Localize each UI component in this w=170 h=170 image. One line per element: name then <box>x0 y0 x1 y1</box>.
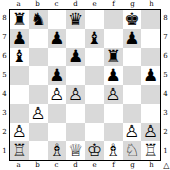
file-label-c: c <box>47 0 66 9</box>
rank-labels-left: 87654321 <box>0 9 9 161</box>
square-a5[interactable] <box>10 66 29 85</box>
square-e5[interactable] <box>85 66 104 85</box>
square-g6[interactable] <box>123 48 142 67</box>
square-d3[interactable] <box>66 104 85 123</box>
square-b8[interactable]: ♞ <box>29 10 48 29</box>
square-b4[interactable] <box>29 85 48 104</box>
piece-black-bishop: ♝ <box>12 48 27 65</box>
piece-black-pawn: ♟ <box>12 29 27 46</box>
file-label-h: h <box>142 0 161 9</box>
piece-white-bishop: ♗ <box>106 142 121 159</box>
piece-black-pawn: ♟ <box>49 67 64 84</box>
square-e1[interactable]: ♔ <box>85 141 104 160</box>
square-a8[interactable]: ♜ <box>10 10 29 29</box>
square-h2[interactable]: ♙ <box>141 123 160 142</box>
chess-board: ♜♞♛♚♟♟♝♟♝♟♜♟♟♟♙♙♙♙♙♙♙♖♗♕♔♗♘♖ <box>9 9 161 161</box>
piece-black-pawn: ♟ <box>68 48 83 65</box>
square-d7[interactable] <box>66 29 85 48</box>
square-e2[interactable] <box>85 123 104 142</box>
piece-black-bishop: ♝ <box>87 29 102 46</box>
corner-top-right <box>161 0 170 9</box>
square-a4[interactable] <box>10 85 29 104</box>
file-label-d: d <box>66 161 85 170</box>
rank-label-7: 7 <box>0 28 9 47</box>
file-labels-bottom: abcdefgh <box>9 161 161 170</box>
rank-label-8: 8 <box>0 9 9 28</box>
piece-white-pawn: ♙ <box>106 85 121 102</box>
square-f6[interactable]: ♜ <box>104 48 123 67</box>
square-f4[interactable]: ♙ <box>104 85 123 104</box>
rank-labels-right: 87654321 <box>161 9 170 161</box>
piece-white-rook: ♖ <box>12 142 27 159</box>
square-h3[interactable] <box>141 104 160 123</box>
square-e4[interactable] <box>85 85 104 104</box>
piece-black-pawn: ♟ <box>49 29 64 46</box>
square-h8[interactable] <box>141 10 160 29</box>
rank-label-7: 7 <box>161 28 170 47</box>
square-c1[interactable]: ♗ <box>48 141 67 160</box>
square-b2[interactable] <box>29 123 48 142</box>
square-c2[interactable] <box>48 123 67 142</box>
square-g8[interactable]: ♚ <box>123 10 142 29</box>
square-f7[interactable] <box>104 29 123 48</box>
piece-black-rook: ♜ <box>12 10 27 27</box>
file-label-e: e <box>85 0 104 9</box>
rank-label-4: 4 <box>161 85 170 104</box>
square-h4[interactable] <box>141 85 160 104</box>
square-a1[interactable]: ♖ <box>10 141 29 160</box>
square-a3[interactable] <box>10 104 29 123</box>
square-e3[interactable] <box>85 104 104 123</box>
rank-label-3: 3 <box>0 104 9 123</box>
rank-label-4: 4 <box>0 85 9 104</box>
square-h7[interactable] <box>141 29 160 48</box>
piece-black-knight: ♞ <box>31 10 46 27</box>
square-a7[interactable]: ♟ <box>10 29 29 48</box>
square-g3[interactable] <box>123 104 142 123</box>
chess-diagram: abcdefgh 87654321 ♜♞♛♚♟♟♝♟♝♟♜♟♟♟♙♙♙♙♙♙♙♖… <box>0 0 170 170</box>
square-d5[interactable] <box>66 66 85 85</box>
square-d4[interactable]: ♙ <box>66 85 85 104</box>
file-label-b: b <box>28 161 47 170</box>
corner-top-left <box>0 0 9 9</box>
white-to-move-indicator-icon: △ <box>163 162 169 170</box>
square-a6[interactable]: ♝ <box>10 48 29 67</box>
piece-black-pawn: ♟ <box>124 29 139 46</box>
square-g5[interactable] <box>123 66 142 85</box>
file-label-g: g <box>123 161 142 170</box>
square-c3[interactable] <box>48 104 67 123</box>
rank-label-2: 2 <box>161 123 170 142</box>
square-e8[interactable] <box>85 10 104 29</box>
rank-label-1: 1 <box>161 142 170 161</box>
file-label-h: h <box>142 161 161 170</box>
rank-label-5: 5 <box>161 66 170 85</box>
piece-black-king: ♚ <box>124 10 139 27</box>
piece-black-queen: ♛ <box>68 10 83 27</box>
piece-white-queen: ♕ <box>68 142 83 159</box>
square-d1[interactable]: ♕ <box>66 141 85 160</box>
square-d2[interactable] <box>66 123 85 142</box>
square-g2[interactable]: ♙ <box>123 123 142 142</box>
file-label-c: c <box>47 161 66 170</box>
square-b1[interactable] <box>29 141 48 160</box>
square-f2[interactable] <box>104 123 123 142</box>
piece-white-king: ♔ <box>87 142 102 159</box>
piece-white-knight: ♘ <box>124 142 139 159</box>
square-h1[interactable]: ♖ <box>141 141 160 160</box>
piece-white-pawn: ♙ <box>31 104 46 121</box>
piece-white-pawn: ♙ <box>68 85 83 102</box>
piece-white-bishop: ♗ <box>49 142 64 159</box>
square-c5[interactable]: ♟ <box>48 66 67 85</box>
file-label-e: e <box>85 161 104 170</box>
rank-label-2: 2 <box>0 123 9 142</box>
piece-black-rook: ♜ <box>106 48 121 65</box>
square-f5[interactable]: ♟ <box>104 66 123 85</box>
square-b5[interactable] <box>29 66 48 85</box>
file-label-f: f <box>104 0 123 9</box>
file-label-f: f <box>104 161 123 170</box>
rank-label-6: 6 <box>0 47 9 66</box>
rank-label-3: 3 <box>161 104 170 123</box>
piece-white-rook: ♖ <box>143 142 158 159</box>
square-f8[interactable] <box>104 10 123 29</box>
rank-label-8: 8 <box>161 9 170 28</box>
square-b7[interactable] <box>29 29 48 48</box>
corner-bottom-left <box>0 161 9 170</box>
square-c6[interactable] <box>48 48 67 67</box>
square-f1[interactable]: ♗ <box>104 141 123 160</box>
square-g7[interactable]: ♟ <box>123 29 142 48</box>
square-c7[interactable]: ♟ <box>48 29 67 48</box>
square-e7[interactable]: ♝ <box>85 29 104 48</box>
square-h5[interactable]: ♟ <box>141 66 160 85</box>
square-e6[interactable] <box>85 48 104 67</box>
piece-white-pawn: ♙ <box>12 123 27 140</box>
rank-label-6: 6 <box>161 47 170 66</box>
piece-white-pawn: ♙ <box>49 85 64 102</box>
square-b3[interactable]: ♙ <box>29 104 48 123</box>
square-c4[interactable]: ♙ <box>48 85 67 104</box>
square-g1[interactable]: ♘ <box>123 141 142 160</box>
square-f3[interactable] <box>104 104 123 123</box>
square-a2[interactable]: ♙ <box>10 123 29 142</box>
square-d6[interactable]: ♟ <box>66 48 85 67</box>
rank-label-5: 5 <box>0 66 9 85</box>
square-b6[interactable] <box>29 48 48 67</box>
rank-label-1: 1 <box>0 142 9 161</box>
square-d8[interactable]: ♛ <box>66 10 85 29</box>
square-g4[interactable] <box>123 85 142 104</box>
piece-black-pawn: ♟ <box>143 67 158 84</box>
square-c8[interactable] <box>48 10 67 29</box>
piece-white-pawn: ♙ <box>143 123 158 140</box>
square-h6[interactable] <box>141 48 160 67</box>
piece-white-pawn: ♙ <box>124 123 139 140</box>
piece-black-pawn: ♟ <box>106 67 121 84</box>
file-label-a: a <box>9 161 28 170</box>
